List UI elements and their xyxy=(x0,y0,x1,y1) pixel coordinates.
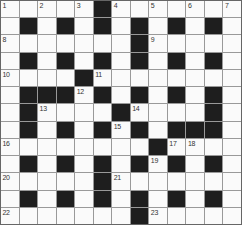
cell-number: 4 xyxy=(114,1,118,10)
black-cell xyxy=(20,104,38,120)
cell-number: 23 xyxy=(151,208,158,217)
grid-cell[interactable] xyxy=(94,139,112,155)
grid-cell[interactable] xyxy=(186,70,204,86)
cell-number: 1 xyxy=(3,1,7,10)
grid-cell[interactable] xyxy=(38,122,56,138)
black-cell xyxy=(38,87,56,103)
grid-cell[interactable] xyxy=(20,35,38,51)
grid-cell[interactable] xyxy=(186,156,204,172)
cell-number: 2 xyxy=(40,1,44,10)
black-cell xyxy=(57,191,75,207)
cell-number: 15 xyxy=(114,122,121,131)
grid-cell[interactable] xyxy=(149,53,167,69)
grid-cell[interactable]: 20 xyxy=(1,173,19,189)
grid-cell[interactable] xyxy=(168,173,186,189)
cell-number: 14 xyxy=(132,104,139,113)
grid-cell[interactable] xyxy=(149,122,167,138)
cell-number: 10 xyxy=(3,70,10,79)
black-cell xyxy=(112,104,130,120)
cell-number: 9 xyxy=(151,35,155,44)
grid-cell[interactable] xyxy=(38,191,56,207)
grid-cell[interactable] xyxy=(57,139,75,155)
grid-cell[interactable] xyxy=(223,87,241,103)
grid-cell[interactable] xyxy=(149,18,167,34)
grid-cell[interactable] xyxy=(112,35,130,51)
grid-cell[interactable] xyxy=(75,156,93,172)
cell-number: 6 xyxy=(188,1,192,10)
grid-cell[interactable] xyxy=(205,70,223,86)
crossword-board: 1234567891011121314151617181920212223 xyxy=(0,0,242,225)
grid-cell[interactable] xyxy=(38,156,56,172)
grid-cell[interactable]: 23 xyxy=(149,208,167,224)
grid-cell[interactable] xyxy=(57,173,75,189)
grid-cell[interactable]: 5 xyxy=(149,1,167,17)
black-cell xyxy=(131,18,149,34)
grid-cell[interactable] xyxy=(223,208,241,224)
grid-cell[interactable] xyxy=(94,35,112,51)
grid-cell[interactable]: 22 xyxy=(1,208,19,224)
cell-number: 12 xyxy=(77,87,84,96)
black-cell xyxy=(94,156,112,172)
grid-cell[interactable] xyxy=(94,208,112,224)
black-cell xyxy=(168,156,186,172)
grid-cell[interactable] xyxy=(186,18,204,34)
cell-number: 7 xyxy=(225,1,229,10)
black-cell xyxy=(20,156,38,172)
grid-cell[interactable]: 14 xyxy=(131,104,149,120)
black-cell xyxy=(94,87,112,103)
grid-cell[interactable] xyxy=(186,104,204,120)
grid-cell[interactable] xyxy=(38,139,56,155)
cell-number: 18 xyxy=(188,139,195,148)
grid-cell[interactable]: 3 xyxy=(75,1,93,17)
grid-cell[interactable] xyxy=(1,104,19,120)
grid-cell[interactable] xyxy=(205,35,223,51)
grid-cell[interactable] xyxy=(223,122,241,138)
black-cell xyxy=(205,104,223,120)
grid-cell[interactable]: 17 xyxy=(168,139,186,155)
grid-cell[interactable] xyxy=(38,35,56,51)
grid-cell[interactable] xyxy=(223,35,241,51)
black-cell xyxy=(94,1,112,17)
grid-cell[interactable] xyxy=(168,35,186,51)
black-cell xyxy=(131,87,149,103)
black-cell xyxy=(131,156,149,172)
grid-cell[interactable] xyxy=(57,35,75,51)
grid-cell[interactable] xyxy=(75,191,93,207)
black-cell xyxy=(20,191,38,207)
grid-cell[interactable] xyxy=(38,173,56,189)
grid-cell[interactable]: 4 xyxy=(112,1,130,17)
cell-number: 22 xyxy=(3,208,10,217)
cell-number: 3 xyxy=(77,1,81,10)
grid-cell[interactable] xyxy=(186,191,204,207)
grid-cell[interactable] xyxy=(186,208,204,224)
black-cell xyxy=(131,35,149,51)
grid-cell[interactable] xyxy=(94,104,112,120)
grid-cell[interactable] xyxy=(1,122,19,138)
grid-cell[interactable] xyxy=(1,156,19,172)
grid-cell[interactable]: 19 xyxy=(149,156,167,172)
black-cell xyxy=(94,173,112,189)
grid-cell[interactable] xyxy=(75,139,93,155)
grid-cell[interactable] xyxy=(223,18,241,34)
black-cell xyxy=(186,122,204,138)
grid-cell[interactable] xyxy=(131,70,149,86)
grid-cell[interactable] xyxy=(1,18,19,34)
black-cell xyxy=(205,191,223,207)
cell-number: 19 xyxy=(151,156,158,165)
black-cell xyxy=(131,122,149,138)
grid-cell[interactable] xyxy=(1,191,19,207)
grid-cell[interactable] xyxy=(186,87,204,103)
grid-cell[interactable]: 21 xyxy=(112,173,130,189)
cell-number: 16 xyxy=(3,139,10,148)
grid-cell[interactable] xyxy=(149,87,167,103)
grid-cell[interactable]: 2 xyxy=(38,1,56,17)
grid-cell[interactable] xyxy=(57,1,75,17)
grid-cell[interactable] xyxy=(223,53,241,69)
grid-cell[interactable]: 11 xyxy=(94,70,112,86)
black-cell xyxy=(57,156,75,172)
grid-cell[interactable] xyxy=(205,173,223,189)
cell-number: 17 xyxy=(169,139,176,148)
grid-cell[interactable] xyxy=(57,104,75,120)
grid-cell[interactable]: 1 xyxy=(1,1,19,17)
grid-cell[interactable] xyxy=(75,53,93,69)
black-cell xyxy=(131,208,149,224)
grid-cell[interactable] xyxy=(38,208,56,224)
grid-cell[interactable] xyxy=(20,208,38,224)
grid-cell[interactable] xyxy=(112,139,130,155)
cell-number: 21 xyxy=(114,173,121,182)
grid-cell[interactable] xyxy=(38,70,56,86)
black-cell xyxy=(94,191,112,207)
black-cell xyxy=(20,122,38,138)
grid-cell[interactable] xyxy=(112,156,130,172)
grid-cell[interactable] xyxy=(168,104,186,120)
grid-cell[interactable] xyxy=(38,53,56,69)
black-cell xyxy=(57,87,75,103)
grid-cell[interactable] xyxy=(223,139,241,155)
black-cell xyxy=(57,53,75,69)
grid-cell[interactable] xyxy=(20,173,38,189)
grid-cell[interactable]: 15 xyxy=(112,122,130,138)
black-cell xyxy=(168,87,186,103)
grid-cell[interactable] xyxy=(38,18,56,34)
grid-cell[interactable] xyxy=(149,104,167,120)
grid-cell[interactable]: 9 xyxy=(149,35,167,51)
grid-cell[interactable] xyxy=(205,139,223,155)
grid-cell[interactable] xyxy=(186,53,204,69)
black-cell xyxy=(149,139,167,155)
grid-cell[interactable] xyxy=(20,1,38,17)
grid-cell[interactable] xyxy=(112,87,130,103)
grid-cell[interactable] xyxy=(75,208,93,224)
grid-cell[interactable] xyxy=(1,53,19,69)
grid-cell[interactable] xyxy=(149,173,167,189)
cell-number: 13 xyxy=(40,104,47,113)
grid-cell[interactable] xyxy=(75,35,93,51)
grid-cell[interactable] xyxy=(112,53,130,69)
grid-cell[interactable] xyxy=(75,122,93,138)
grid-cell[interactable] xyxy=(75,173,93,189)
grid-cell[interactable] xyxy=(205,208,223,224)
black-cell xyxy=(131,191,149,207)
grid-cell[interactable] xyxy=(20,139,38,155)
black-cell xyxy=(205,18,223,34)
grid-cell[interactable]: 8 xyxy=(1,35,19,51)
grid-cell[interactable] xyxy=(149,70,167,86)
grid-cell[interactable] xyxy=(112,191,130,207)
grid-cell[interactable]: 16 xyxy=(1,139,19,155)
grid-cell[interactable] xyxy=(186,173,204,189)
grid-cell[interactable] xyxy=(20,70,38,86)
grid-cell[interactable]: 13 xyxy=(38,104,56,120)
cell-number: 20 xyxy=(3,173,10,182)
grid-cell[interactable]: 18 xyxy=(186,139,204,155)
black-cell xyxy=(20,53,38,69)
cell-number: 11 xyxy=(95,70,102,79)
black-cell xyxy=(75,70,93,86)
grid-cell[interactable] xyxy=(223,70,241,86)
grid-cell[interactable] xyxy=(223,173,241,189)
black-cell xyxy=(20,18,38,34)
black-cell xyxy=(131,53,149,69)
black-cell xyxy=(168,53,186,69)
grid-cell[interactable] xyxy=(131,1,149,17)
grid-cell[interactable] xyxy=(131,139,149,155)
grid-cell[interactable] xyxy=(1,87,19,103)
black-cell xyxy=(205,122,223,138)
grid-cell[interactable]: 7 xyxy=(223,1,241,17)
grid-cell[interactable] xyxy=(112,18,130,34)
grid-cell[interactable] xyxy=(205,1,223,17)
grid-cell[interactable] xyxy=(223,191,241,207)
grid-cell[interactable] xyxy=(131,173,149,189)
black-cell xyxy=(205,53,223,69)
cell-number: 8 xyxy=(3,35,7,44)
grid-cell[interactable] xyxy=(186,35,204,51)
black-cell xyxy=(205,87,223,103)
grid-cell[interactable] xyxy=(168,208,186,224)
black-cell xyxy=(205,156,223,172)
grid-cell[interactable] xyxy=(168,1,186,17)
grid-cell[interactable] xyxy=(75,18,93,34)
black-cell xyxy=(20,87,38,103)
black-cell xyxy=(168,18,186,34)
grid-cell[interactable] xyxy=(57,70,75,86)
black-cell xyxy=(94,18,112,34)
black-cell xyxy=(94,122,112,138)
grid-cell[interactable] xyxy=(149,191,167,207)
grid-cell[interactable]: 6 xyxy=(186,1,204,17)
grid-cell[interactable] xyxy=(57,208,75,224)
black-cell xyxy=(168,191,186,207)
grid-cell[interactable]: 12 xyxy=(75,87,93,103)
grid-cell[interactable]: 10 xyxy=(1,70,19,86)
grid-cell[interactable] xyxy=(75,104,93,120)
cell-number: 5 xyxy=(151,1,155,10)
black-cell xyxy=(168,122,186,138)
grid-cell[interactable] xyxy=(223,156,241,172)
grid-cell[interactable] xyxy=(112,70,130,86)
grid-cell[interactable] xyxy=(112,208,130,224)
black-cell xyxy=(57,122,75,138)
grid-cell[interactable] xyxy=(168,70,186,86)
black-cell xyxy=(57,18,75,34)
black-cell xyxy=(94,53,112,69)
grid-cell[interactable] xyxy=(223,104,241,120)
